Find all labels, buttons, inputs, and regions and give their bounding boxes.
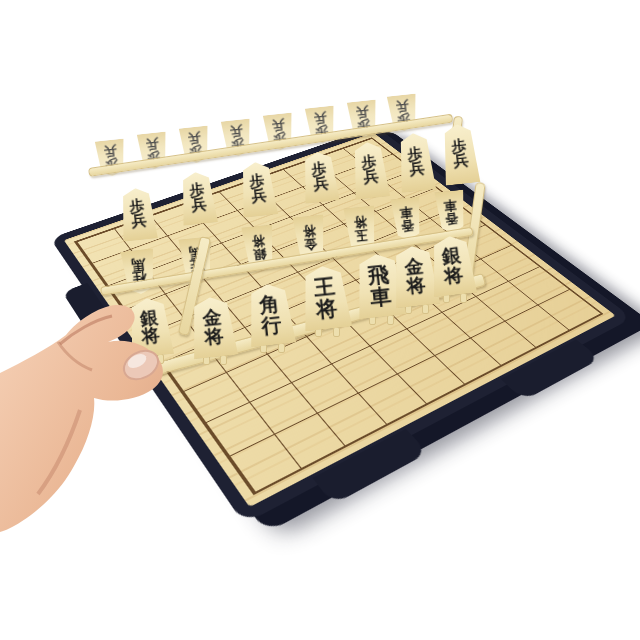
piece-kanji: 兵 <box>271 118 285 133</box>
hand <box>0 280 250 590</box>
piece-kanji: 将 <box>443 265 464 286</box>
piece-kanji: 兵 <box>251 188 268 205</box>
piece-kanji: 将 <box>353 215 367 230</box>
sprue-gate-nub <box>333 327 340 337</box>
piece-kanji: 将 <box>302 224 316 239</box>
piece-kanji: 車 <box>369 284 392 307</box>
piece-kanji: 玉 <box>355 228 369 243</box>
hand-silhouette <box>0 305 163 580</box>
shogi-piece-pawn: 歩兵 <box>177 170 218 225</box>
piece-kanji: 兵 <box>313 176 330 193</box>
piece-kanji: 将 <box>251 234 265 249</box>
shogi-piece-pawn: 歩兵 <box>439 122 481 185</box>
piece-kanji: 将 <box>315 296 338 319</box>
piece-kanji: 兵 <box>191 197 208 214</box>
piece-kanji: 兵 <box>409 161 426 178</box>
shogi-set-photo: 銀将金将角行王将飛車金将銀将桂馬桂馬銀将金将玉将香車香車歩兵歩兵歩兵歩兵歩兵歩兵… <box>0 0 640 640</box>
piece-kanji: 兵 <box>313 111 327 126</box>
piece-kanji: 金 <box>304 237 318 252</box>
piece-kanji: 兵 <box>131 213 148 230</box>
piece-kanji: 兵 <box>363 169 380 186</box>
sprue-gate-nub <box>422 304 429 314</box>
piece-kanji: 香 <box>445 211 459 226</box>
piece-kanji: 兵 <box>395 99 409 114</box>
sprue-gate-nub <box>278 343 285 353</box>
piece-kanji: 車 <box>399 205 413 220</box>
piece-kanji: 香 <box>401 218 415 233</box>
sprue-gate-nub <box>387 315 394 325</box>
piece-kanji: 兵 <box>229 124 243 139</box>
piece-kanji: 兵 <box>355 105 369 120</box>
piece-kanji: 馬 <box>131 257 146 273</box>
piece-kanji: 兵 <box>453 153 470 170</box>
piece-kanji: 将 <box>406 275 427 296</box>
piece-kanji: 行 <box>261 313 283 335</box>
sprue-gate-nub <box>460 293 467 303</box>
piece-kanji: 兵 <box>103 144 117 159</box>
piece-kanji: 兵 <box>145 137 159 152</box>
piece-kanji: 車 <box>443 198 457 213</box>
piece-kanji: 兵 <box>187 131 201 146</box>
shogi-piece-pawn: 歩兵 <box>117 186 158 241</box>
